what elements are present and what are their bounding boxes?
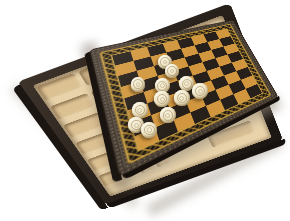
board-square (198, 50, 215, 62)
board-square (211, 47, 227, 59)
board-square (140, 76, 161, 92)
board-square (201, 90, 220, 106)
board-square (165, 91, 186, 108)
board-square (163, 40, 181, 52)
board-square (207, 67, 224, 81)
board-square (191, 34, 207, 45)
board-square (207, 39, 223, 50)
board-square (219, 36, 234, 46)
board-square (241, 75, 257, 89)
board-square (174, 66, 193, 80)
board-square (147, 97, 169, 115)
board-square (232, 59, 248, 71)
board-square (124, 92, 147, 110)
board-square (112, 51, 133, 65)
board-square (215, 55, 231, 67)
board-square (178, 76, 197, 91)
board-square (202, 58, 219, 71)
board-square (155, 120, 178, 141)
board-square (170, 57, 189, 71)
board-square (173, 113, 194, 132)
board-square (135, 128, 159, 150)
board-square (229, 80, 246, 94)
board-square (121, 81, 144, 98)
board-square (154, 62, 174, 76)
board-square (115, 61, 137, 76)
product-photo-scene (0, 0, 290, 221)
board-square (151, 53, 170, 66)
board-square (236, 67, 252, 80)
board-square (206, 100, 225, 117)
board-square (233, 89, 250, 104)
board-square (195, 42, 212, 54)
board-square (147, 44, 166, 57)
board-square (204, 32, 220, 42)
board-square (220, 94, 238, 110)
board-square (128, 103, 151, 123)
board-square (131, 115, 155, 136)
board-square (118, 71, 140, 87)
board-square (224, 71, 241, 85)
board-square (182, 85, 202, 101)
board-square (223, 43, 238, 54)
board-square (177, 37, 194, 48)
board-square (181, 45, 199, 57)
board-square (215, 29, 230, 39)
board-square (246, 84, 262, 98)
board-square (161, 81, 181, 97)
board-square (158, 71, 178, 86)
board-square (190, 106, 210, 124)
board-square (211, 76, 229, 90)
board-square (144, 86, 166, 103)
board-square (189, 62, 207, 76)
board-square (185, 54, 203, 67)
board-square (215, 85, 233, 100)
board-square (197, 80, 216, 95)
board-square (166, 49, 184, 62)
board-square (220, 63, 237, 76)
board-square (130, 47, 150, 60)
board-square (227, 51, 243, 63)
board-square (137, 66, 158, 81)
board-square (169, 101, 190, 119)
board-square (193, 71, 211, 85)
board-square (151, 108, 173, 128)
board-square (133, 57, 153, 71)
board-square (186, 95, 206, 112)
